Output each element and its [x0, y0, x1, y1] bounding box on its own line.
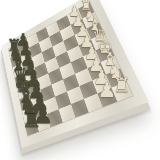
chess-set-photo: ♜♟♞♟♝♟♛♟♟♜♚♟♟♞♝♟♝♟♟♞♛♟♟♚♜♟♟♝♟♞♟♜	[0, 0, 160, 160]
piece-green-rook-h8[interactable]: ♜	[20, 108, 43, 131]
pieces-layer: ♜♟♞♟♝♟♛♟♟♜♚♟♟♞♝♟♝♟♟♞♛♟♟♚♜♟♟♝♟♞♟♜	[0, 0, 160, 160]
piece-white-pawn-h2[interactable]: ♟	[97, 80, 118, 101]
